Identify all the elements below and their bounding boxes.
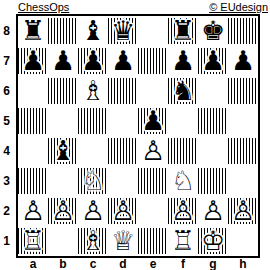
- piece-white-pawn: ♙: [51, 196, 75, 226]
- square-e8[interactable]: [138, 16, 168, 46]
- square-h3[interactable]: [228, 166, 258, 196]
- file-label-b: b: [48, 258, 78, 270]
- piece-white-pawn: ♙: [231, 196, 255, 226]
- square-f4[interactable]: [168, 136, 198, 166]
- square-c1[interactable]: ♗: [78, 226, 108, 256]
- rank-label-5: 5: [0, 106, 16, 136]
- square-f2[interactable]: ♙: [168, 196, 198, 226]
- square-h6[interactable]: [228, 76, 258, 106]
- square-d5[interactable]: [108, 106, 138, 136]
- square-c6[interactable]: ♗: [78, 76, 108, 106]
- square-e6[interactable]: [138, 76, 168, 106]
- square-g2[interactable]: ♙: [198, 196, 228, 226]
- piece-white-pawn: ♙: [81, 196, 105, 226]
- rank-label-6: 6: [0, 76, 16, 106]
- chessops-diagram: ChessOps © EUdesign 87654321 ♜♝♛♜♚♟♟♟♟♟♟…: [0, 0, 270, 270]
- piece-white-pawn: ♙: [111, 196, 135, 226]
- file-label-c: c: [78, 258, 108, 270]
- piece-black-queen: ♛: [111, 16, 135, 46]
- square-h7[interactable]: ♟: [228, 46, 258, 76]
- square-c2[interactable]: ♙: [78, 196, 108, 226]
- square-d8[interactable]: ♛: [108, 16, 138, 46]
- chessops-link[interactable]: ChessOps: [18, 1, 69, 13]
- square-b5[interactable]: [48, 106, 78, 136]
- square-c4[interactable]: [78, 136, 108, 166]
- square-e4[interactable]: ♙: [138, 136, 168, 166]
- rank-label-7: 7: [0, 46, 16, 76]
- square-g1[interactable]: ♔: [198, 226, 228, 256]
- header: ChessOps © EUdesign: [0, 0, 270, 14]
- square-c5[interactable]: [78, 106, 108, 136]
- board-area: 87654321 ♜♝♛♜♚♟♟♟♟♟♟♟♗♞♟♝♙♘♘♙♙♙♙♙♙♙♖♗♕♖♔…: [0, 14, 270, 270]
- square-a2[interactable]: ♙: [18, 196, 48, 226]
- square-h2[interactable]: ♙: [228, 196, 258, 226]
- square-e7[interactable]: [138, 46, 168, 76]
- square-g6[interactable]: [198, 76, 228, 106]
- piece-white-king: ♔: [201, 226, 225, 256]
- piece-black-rook: ♜: [171, 16, 195, 46]
- file-label-g: g: [198, 258, 228, 270]
- piece-black-pawn: ♟: [81, 46, 105, 76]
- piece-black-pawn: ♟: [171, 46, 195, 76]
- file-label-f: f: [168, 258, 198, 270]
- square-b2[interactable]: ♙: [48, 196, 78, 226]
- square-c3[interactable]: ♘: [78, 166, 108, 196]
- square-d6[interactable]: [108, 76, 138, 106]
- square-f5[interactable]: [168, 106, 198, 136]
- square-h4[interactable]: [228, 136, 258, 166]
- square-f6[interactable]: ♞: [168, 76, 198, 106]
- piece-black-bishop: ♝: [81, 16, 105, 46]
- square-f7[interactable]: ♟: [168, 46, 198, 76]
- piece-white-knight: ♘: [81, 166, 105, 196]
- piece-white-bishop: ♗: [81, 76, 105, 106]
- square-d2[interactable]: ♙: [108, 196, 138, 226]
- square-e3[interactable]: [138, 166, 168, 196]
- square-a8[interactable]: ♜: [18, 16, 48, 46]
- eudesign-credit-link[interactable]: © EUdesign: [209, 1, 268, 13]
- file-labels: abcdefgh: [16, 258, 260, 270]
- file-label-e: e: [138, 258, 168, 270]
- square-e5[interactable]: ♟: [138, 106, 168, 136]
- square-d7[interactable]: ♟: [108, 46, 138, 76]
- piece-black-bishop: ♝: [51, 136, 75, 166]
- square-g8[interactable]: ♚: [198, 16, 228, 46]
- square-g7[interactable]: ♟: [198, 46, 228, 76]
- square-f8[interactable]: ♜: [168, 16, 198, 46]
- piece-white-bishop: ♗: [81, 226, 105, 256]
- piece-white-rook: ♖: [171, 226, 195, 256]
- square-d1[interactable]: ♕: [108, 226, 138, 256]
- square-c8[interactable]: ♝: [78, 16, 108, 46]
- square-h5[interactable]: [228, 106, 258, 136]
- square-c7[interactable]: ♟: [78, 46, 108, 76]
- piece-white-pawn: ♙: [201, 196, 225, 226]
- piece-white-pawn: ♙: [141, 136, 165, 166]
- square-b4[interactable]: ♝: [48, 136, 78, 166]
- piece-black-pawn: ♟: [141, 106, 165, 136]
- square-h8[interactable]: [228, 16, 258, 46]
- square-a6[interactable]: [18, 76, 48, 106]
- square-b7[interactable]: ♟: [48, 46, 78, 76]
- square-a3[interactable]: [18, 166, 48, 196]
- piece-black-pawn: ♟: [111, 46, 135, 76]
- piece-white-pawn: ♙: [171, 196, 195, 226]
- square-g4[interactable]: [198, 136, 228, 166]
- square-d4[interactable]: [108, 136, 138, 166]
- square-a7[interactable]: ♟: [18, 46, 48, 76]
- rank-label-1: 1: [0, 226, 16, 256]
- square-a4[interactable]: [18, 136, 48, 166]
- rank-label-8: 8: [0, 16, 16, 46]
- piece-black-king: ♚: [201, 16, 225, 46]
- square-a5[interactable]: [18, 106, 48, 136]
- rank-label-4: 4: [0, 136, 16, 166]
- file-label-d: d: [108, 258, 138, 270]
- square-g5[interactable]: [198, 106, 228, 136]
- piece-black-knight: ♞: [171, 76, 195, 106]
- square-b8[interactable]: [48, 16, 78, 46]
- rank-labels: 87654321: [0, 14, 16, 258]
- square-f3[interactable]: ♘: [168, 166, 198, 196]
- square-e2[interactable]: [138, 196, 168, 226]
- square-a1[interactable]: ♖: [18, 226, 48, 256]
- rank-label-2: 2: [0, 196, 16, 226]
- piece-white-pawn: ♙: [21, 196, 45, 226]
- file-label-a: a: [18, 258, 48, 270]
- square-h1[interactable]: [228, 226, 258, 256]
- piece-white-knight: ♘: [171, 166, 195, 196]
- square-f1[interactable]: ♖: [168, 226, 198, 256]
- piece-black-pawn: ♟: [201, 46, 225, 76]
- square-g3[interactable]: [198, 166, 228, 196]
- square-d3[interactable]: [108, 166, 138, 196]
- chess-board: ♜♝♛♜♚♟♟♟♟♟♟♟♗♞♟♝♙♘♘♙♙♙♙♙♙♙♖♗♕♖♔: [16, 14, 260, 258]
- piece-black-rook: ♜: [21, 16, 45, 46]
- square-e1[interactable]: [138, 226, 168, 256]
- piece-white-queen: ♕: [111, 226, 135, 256]
- square-b6[interactable]: [48, 76, 78, 106]
- rank-label-3: 3: [0, 166, 16, 196]
- file-label-h: h: [228, 258, 258, 270]
- piece-black-pawn: ♟: [51, 46, 75, 76]
- piece-black-pawn: ♟: [21, 46, 45, 76]
- piece-white-rook: ♖: [21, 226, 45, 256]
- square-b3[interactable]: [48, 166, 78, 196]
- square-b1[interactable]: [48, 226, 78, 256]
- piece-black-pawn: ♟: [231, 46, 255, 76]
